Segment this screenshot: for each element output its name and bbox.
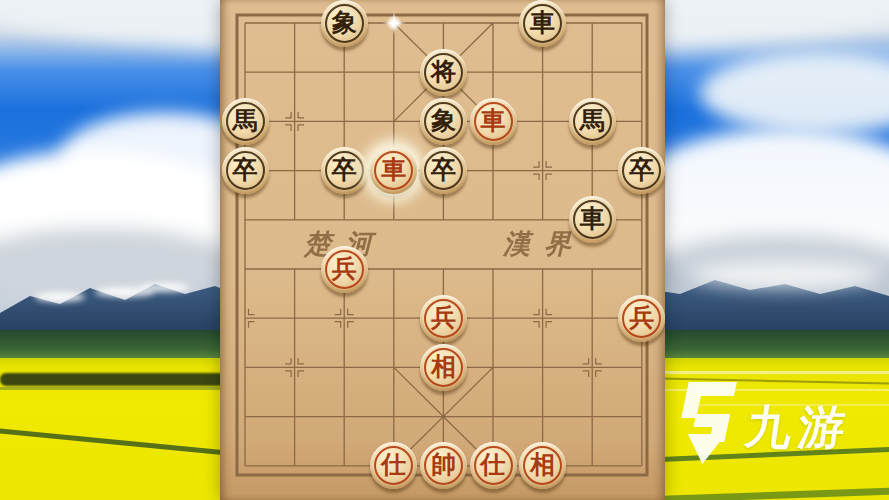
piece-glyph: 兵: [618, 294, 665, 341]
piece-red-advisor[interactable]: 仕: [370, 442, 417, 489]
piece-red-chariot[interactable]: 車: [470, 98, 517, 145]
piece-glyph: 卒: [618, 146, 665, 193]
piece-red-chariot[interactable]: 車: [370, 147, 417, 194]
pieces-layer: 象車将馬象車馬卒卒車卒卒車兵兵兵相仕帥仕相: [220, 0, 665, 500]
ridge-mist: [690, 262, 880, 288]
piece-red-soldier[interactable]: 兵: [420, 295, 467, 342]
piece-black-soldier[interactable]: 卒: [420, 147, 467, 194]
piece-red-general[interactable]: 帥: [420, 442, 467, 489]
piece-glyph: 相: [519, 441, 566, 488]
piece-glyph: 仕: [370, 441, 417, 488]
piece-red-elephant[interactable]: 相: [420, 344, 467, 391]
piece-glyph: 馬: [569, 97, 616, 144]
piece-black-soldier[interactable]: 卒: [222, 147, 269, 194]
piece-glyph: 車: [470, 97, 517, 144]
piece-black-general[interactable]: 将: [420, 49, 467, 96]
jiuyou-logo-icon: [661, 382, 743, 466]
piece-glyph: 相: [420, 343, 467, 390]
piece-red-advisor[interactable]: 仕: [470, 442, 517, 489]
piece-glyph: 卒: [321, 146, 368, 193]
watermark-text: 九游: [743, 404, 855, 450]
field-line: [0, 387, 225, 390]
piece-glyph: 将: [420, 48, 467, 95]
piece-black-horse[interactable]: 馬: [222, 98, 269, 145]
piece-black-chariot[interactable]: 車: [569, 196, 616, 243]
field-line: [660, 371, 889, 374]
piece-glyph: 車: [519, 0, 566, 46]
snow-cap: [140, 283, 190, 292]
piece-black-soldier[interactable]: 卒: [618, 147, 665, 194]
jiuyou-watermark: 九游: [670, 382, 852, 466]
xiangqi-game-screen: 九游 楚河 漢界 象車将馬象車馬卒卒車卒卒車兵兵兵相仕帥仕相: [0, 0, 889, 500]
xiangqi-board[interactable]: 楚河 漢界 象車将馬象車馬卒卒車卒卒車兵兵兵相仕帥仕相: [220, 0, 665, 500]
piece-glyph: 象: [420, 97, 467, 144]
piece-glyph: 象: [321, 0, 368, 46]
piece-glyph: 卒: [222, 146, 269, 193]
piece-glyph: 卒: [420, 146, 467, 193]
piece-glyph: 車: [569, 195, 616, 242]
piece-glyph: 車: [370, 146, 417, 193]
piece-red-soldier[interactable]: 兵: [321, 246, 368, 293]
piece-glyph: 馬: [222, 97, 269, 144]
piece-glyph: 帥: [420, 441, 467, 488]
piece-black-elephant[interactable]: 象: [420, 98, 467, 145]
piece-glyph: 兵: [420, 294, 467, 341]
piece-black-elephant[interactable]: 象: [321, 0, 368, 47]
piece-black-soldier[interactable]: 卒: [321, 147, 368, 194]
piece-glyph: 仕: [470, 441, 517, 488]
snow-cap: [35, 292, 85, 302]
sparkle-icon: [382, 11, 406, 35]
tree-line: [0, 373, 225, 386]
piece-black-horse[interactable]: 馬: [569, 98, 616, 145]
piece-red-elephant[interactable]: 相: [519, 442, 566, 489]
piece-red-soldier[interactable]: 兵: [618, 295, 665, 342]
piece-black-chariot[interactable]: 車: [519, 0, 566, 47]
piece-glyph: 兵: [321, 245, 368, 292]
